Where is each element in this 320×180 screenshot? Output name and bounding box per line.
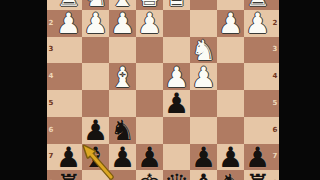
rank-label-left-5: 5 bbox=[47, 90, 55, 117]
square-a5[interactable] bbox=[244, 90, 271, 117]
piece-white-pawn-b2[interactable]: ♟ bbox=[218, 10, 243, 38]
square-c7[interactable]: ♟ bbox=[190, 144, 217, 171]
piece-white-pawn-g2[interactable]: ♟ bbox=[83, 10, 108, 38]
square-f8[interactable] bbox=[109, 170, 136, 180]
piece-white-pawn-e2[interactable]: ♟ bbox=[137, 10, 162, 38]
square-d4[interactable]: ♟ bbox=[163, 63, 190, 90]
rank-label-left-4: 4 bbox=[47, 63, 55, 90]
square-b5[interactable] bbox=[217, 90, 244, 117]
square-g5[interactable] bbox=[82, 90, 109, 117]
rank-label-right-4: 4 bbox=[271, 63, 279, 90]
square-h7[interactable]: ♟ bbox=[55, 144, 82, 171]
square-c5[interactable] bbox=[190, 90, 217, 117]
square-f5[interactable] bbox=[109, 90, 136, 117]
square-g3[interactable] bbox=[82, 37, 109, 64]
square-f4[interactable]: ♝ bbox=[109, 63, 136, 90]
rank-label-right-7: 7 bbox=[271, 144, 279, 171]
square-e5[interactable] bbox=[136, 90, 163, 117]
rank-label-left-6: 6 bbox=[47, 117, 55, 144]
square-b8[interactable]: ♞ bbox=[217, 170, 244, 180]
rank-label-right-8: 8 bbox=[271, 170, 279, 180]
square-d5[interactable]: ♟ bbox=[163, 90, 190, 117]
square-e4[interactable] bbox=[136, 63, 163, 90]
square-e7[interactable]: ♟ bbox=[136, 144, 163, 171]
rank-label-left-8: 8 bbox=[47, 170, 55, 180]
square-b6[interactable] bbox=[217, 117, 244, 144]
square-c2[interactable] bbox=[190, 10, 217, 37]
square-b2[interactable]: ♟ bbox=[217, 10, 244, 37]
square-g6[interactable]: ♟ bbox=[82, 117, 109, 144]
square-d2[interactable] bbox=[163, 10, 190, 37]
rank-label-right-1: 1 bbox=[271, 0, 279, 10]
square-c6[interactable] bbox=[190, 117, 217, 144]
piece-white-pawn-f2[interactable]: ♟ bbox=[110, 10, 135, 38]
square-g2[interactable]: ♟ bbox=[82, 10, 109, 37]
video-frame: 1♜♞♝♚♛♜12♟♟♟♟♟♟23♞34♝♟♟45♟56♟♞67♟♝♟♟♟♟♟7… bbox=[0, 0, 320, 180]
square-a2[interactable]: ♟ bbox=[244, 10, 271, 37]
square-h3[interactable] bbox=[55, 37, 82, 64]
rank-label-right-6: 6 bbox=[271, 117, 279, 144]
square-h2[interactable]: ♟ bbox=[55, 10, 82, 37]
square-g7[interactable]: ♝ bbox=[82, 144, 109, 171]
square-h8[interactable]: ♜ bbox=[55, 170, 82, 180]
chess-board: 1♜♞♝♚♛♜12♟♟♟♟♟♟23♞34♝♟♟45♟56♟♞67♟♝♟♟♟♟♟7… bbox=[47, 0, 279, 180]
piece-black-pawn-d5[interactable]: ♟ bbox=[164, 90, 189, 118]
square-h5[interactable] bbox=[55, 90, 82, 117]
piece-black-rook-a8[interactable]: ♜ bbox=[245, 171, 270, 180]
square-f7[interactable]: ♟ bbox=[109, 144, 136, 171]
rank-label-left-1: 1 bbox=[47, 0, 55, 10]
piece-black-queen-d8[interactable]: ♛ bbox=[164, 171, 189, 180]
square-g8[interactable] bbox=[82, 170, 109, 180]
square-e8[interactable]: ♚ bbox=[136, 170, 163, 180]
square-d1[interactable]: ♛ bbox=[163, 0, 190, 10]
square-h6[interactable] bbox=[55, 117, 82, 144]
rank-label-left-2: 2 bbox=[47, 10, 55, 37]
square-h4[interactable] bbox=[55, 63, 82, 90]
square-b3[interactable] bbox=[217, 37, 244, 64]
piece-white-pawn-a2[interactable]: ♟ bbox=[245, 10, 270, 38]
square-g4[interactable] bbox=[82, 63, 109, 90]
rank-label-left-7: 7 bbox=[47, 144, 55, 171]
piece-black-king-e8[interactable]: ♚ bbox=[137, 171, 162, 180]
square-d7[interactable] bbox=[163, 144, 190, 171]
square-d3[interactable] bbox=[163, 37, 190, 64]
square-e6[interactable] bbox=[136, 117, 163, 144]
square-c8[interactable]: ♝ bbox=[190, 170, 217, 180]
square-a4[interactable] bbox=[244, 63, 271, 90]
square-d6[interactable] bbox=[163, 117, 190, 144]
square-e2[interactable]: ♟ bbox=[136, 10, 163, 37]
square-e3[interactable] bbox=[136, 37, 163, 64]
piece-black-pawn-f7[interactable]: ♟ bbox=[110, 144, 135, 172]
square-a3[interactable] bbox=[244, 37, 271, 64]
square-a8[interactable]: ♜ bbox=[244, 170, 271, 180]
square-c4[interactable]: ♟ bbox=[190, 63, 217, 90]
square-b7[interactable]: ♟ bbox=[217, 144, 244, 171]
piece-black-bishop-c8[interactable]: ♝ bbox=[191, 171, 216, 180]
square-c3[interactable]: ♞ bbox=[190, 37, 217, 64]
square-f2[interactable]: ♟ bbox=[109, 10, 136, 37]
rank-label-right-3: 3 bbox=[271, 37, 279, 64]
square-b4[interactable] bbox=[217, 63, 244, 90]
square-a6[interactable] bbox=[244, 117, 271, 144]
rank-label-right-2: 2 bbox=[271, 10, 279, 37]
square-f6[interactable]: ♞ bbox=[109, 117, 136, 144]
rank-label-left-3: 3 bbox=[47, 37, 55, 64]
piece-white-pawn-c4[interactable]: ♟ bbox=[191, 64, 216, 92]
piece-black-rook-h8[interactable]: ♜ bbox=[56, 171, 81, 180]
square-c1[interactable] bbox=[190, 0, 217, 10]
square-d8[interactable]: ♛ bbox=[163, 170, 190, 180]
square-f3[interactable] bbox=[109, 37, 136, 64]
piece-black-knight-b8[interactable]: ♞ bbox=[218, 171, 243, 180]
piece-white-pawn-h2[interactable]: ♟ bbox=[56, 10, 81, 38]
rank-label-right-5: 5 bbox=[271, 90, 279, 117]
piece-white-bishop-f4[interactable]: ♝ bbox=[110, 64, 135, 92]
piece-black-bishop-g7[interactable]: ♝ bbox=[83, 144, 108, 172]
square-a7[interactable]: ♟ bbox=[244, 144, 271, 171]
